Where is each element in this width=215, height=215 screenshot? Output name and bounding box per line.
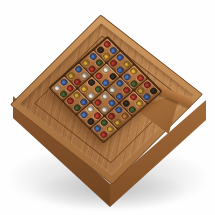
domino-block	[65, 49, 146, 130]
tile-grid	[48, 36, 162, 144]
black-dot	[149, 86, 159, 95]
orange-dot	[120, 112, 130, 121]
product-photo-color-dominoes-box	[0, 0, 215, 215]
yellow-dot	[113, 118, 123, 127]
green-dot	[128, 105, 138, 114]
yellow-dot	[106, 125, 116, 134]
red-dot	[99, 131, 109, 140]
yellow-dot	[135, 99, 145, 108]
blue-dot	[142, 92, 152, 101]
